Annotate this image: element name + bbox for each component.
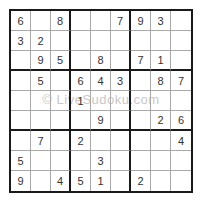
cell-r9c7[interactable]: 2 [131,171,151,191]
cell-r4c5[interactable]: 4 [91,71,111,91]
cell-r3c6[interactable] [111,51,131,71]
cell-r6c7[interactable] [131,111,151,131]
cell-r2c1[interactable]: 3 [11,31,31,51]
cell-r1c2[interactable] [31,11,51,31]
cell-r6c8[interactable]: 2 [151,111,171,131]
cell-r4c2[interactable]: 5 [31,71,51,91]
cell-r5c8[interactable] [151,91,171,111]
cell-r5c7[interactable] [131,91,151,111]
cell-r9c2[interactable] [31,171,51,191]
cell-r8c9[interactable] [171,151,191,171]
cell-r5c6[interactable] [111,91,131,111]
cell-r4c1[interactable] [11,71,31,91]
cell-r5c4[interactable]: 1 [71,91,91,111]
cell-r2c7[interactable] [131,31,151,51]
cell-r8c4[interactable] [71,151,91,171]
cell-r8c6[interactable] [111,151,131,171]
cell-r8c7[interactable] [131,151,151,171]
cell-r7c1[interactable] [11,131,31,151]
cell-r2c5[interactable] [91,31,111,51]
cell-r2c4[interactable] [71,31,91,51]
cell-r6c3[interactable] [51,111,71,131]
cell-r2c6[interactable] [111,31,131,51]
cell-r9c1[interactable]: 9 [11,171,31,191]
cell-r8c8[interactable] [151,151,171,171]
cell-r1c8[interactable]: 3 [151,11,171,31]
cell-r9c8[interactable] [151,171,171,191]
sudoku-page: © LiveSudoku.com 68793329587156438719267… [0,0,200,200]
cell-r6c6[interactable] [111,111,131,131]
cell-r2c3[interactable] [51,31,71,51]
cell-r6c1[interactable] [11,111,31,131]
cell-r3c7[interactable]: 7 [131,51,151,71]
cell-r8c3[interactable] [51,151,71,171]
cell-r5c1[interactable] [11,91,31,111]
cell-r7c9[interactable]: 4 [171,131,191,151]
cell-r4c8[interactable]: 8 [151,71,171,91]
cell-r3c4[interactable] [71,51,91,71]
cell-r5c5[interactable] [91,91,111,111]
cell-r3c3[interactable]: 5 [51,51,71,71]
cell-r4c4[interactable]: 6 [71,71,91,91]
cell-r6c5[interactable]: 9 [91,111,111,131]
cell-r5c3[interactable] [51,91,71,111]
cell-r6c9[interactable]: 6 [171,111,191,131]
cell-r7c6[interactable] [111,131,131,151]
cell-r4c3[interactable] [51,71,71,91]
cell-r7c5[interactable] [91,131,111,151]
cell-r1c1[interactable]: 6 [11,11,31,31]
cell-r5c2[interactable] [31,91,51,111]
cell-r8c5[interactable]: 3 [91,151,111,171]
cell-r9c6[interactable] [111,171,131,191]
cell-r7c8[interactable] [151,131,171,151]
sudoku-board: © LiveSudoku.com 68793329587156438719267… [9,9,193,193]
cell-r9c9[interactable] [171,171,191,191]
cell-r1c7[interactable]: 9 [131,11,151,31]
cell-r7c2[interactable]: 7 [31,131,51,151]
cell-r3c8[interactable]: 1 [151,51,171,71]
cell-r9c5[interactable]: 1 [91,171,111,191]
cell-r2c8[interactable] [151,31,171,51]
cell-r3c5[interactable]: 8 [91,51,111,71]
cell-r6c4[interactable] [71,111,91,131]
cell-r2c2[interactable]: 2 [31,31,51,51]
cell-r4c6[interactable]: 3 [111,71,131,91]
cell-r4c9[interactable]: 7 [171,71,191,91]
cell-r9c4[interactable]: 5 [71,171,91,191]
cell-r2c9[interactable] [171,31,191,51]
cell-r8c2[interactable] [31,151,51,171]
cell-r6c2[interactable] [31,111,51,131]
cell-r1c5[interactable] [91,11,111,31]
cell-r4c7[interactable] [131,71,151,91]
cell-r8c1[interactable]: 5 [11,151,31,171]
cell-r1c3[interactable]: 8 [51,11,71,31]
cell-r7c7[interactable] [131,131,151,151]
cell-r9c3[interactable]: 4 [51,171,71,191]
cell-r1c4[interactable] [71,11,91,31]
cell-r1c9[interactable] [171,11,191,31]
cell-r3c9[interactable] [171,51,191,71]
cell-r7c4[interactable]: 2 [71,131,91,151]
cell-r7c3[interactable] [51,131,71,151]
cell-r3c1[interactable] [11,51,31,71]
cell-r3c2[interactable]: 9 [31,51,51,71]
cell-r5c9[interactable] [171,91,191,111]
cell-r1c6[interactable]: 7 [111,11,131,31]
